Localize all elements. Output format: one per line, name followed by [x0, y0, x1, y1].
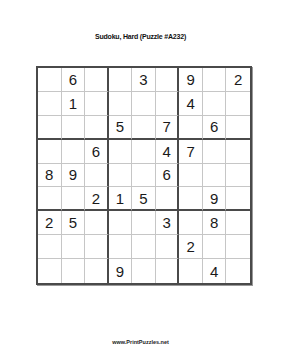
sudoku-cell-r9c2[interactable] [62, 259, 86, 283]
sudoku-cell-r7c5[interactable] [132, 211, 156, 235]
sudoku-given-r9c8: 4 [203, 259, 227, 283]
sudoku-cell-r9c6[interactable] [156, 259, 180, 283]
sudoku-given-r5c1: 8 [38, 164, 62, 188]
sudoku-cell-r2c4[interactable] [109, 92, 133, 116]
sudoku-cell-r7c4[interactable] [109, 211, 133, 235]
sudoku-cell-r5c3[interactable] [85, 164, 109, 188]
sudoku-cell-r2c8[interactable] [203, 92, 227, 116]
sudoku-given-r7c6: 3 [156, 211, 180, 235]
sudoku-cell-r2c9[interactable] [226, 92, 250, 116]
sudoku-cell-r9c7[interactable] [179, 259, 203, 283]
sudoku-cell-r8c9[interactable] [226, 235, 250, 259]
sudoku-cell-r2c5[interactable] [132, 92, 156, 116]
sudoku-given-r7c2: 5 [62, 211, 86, 235]
sudoku-cell-r1c4[interactable] [109, 68, 133, 92]
sudoku-cell-r8c1[interactable] [38, 235, 62, 259]
sudoku-cell-r4c9[interactable] [226, 140, 250, 164]
site-credit: www.PrintPuzzles.net [0, 339, 281, 345]
sudoku-cell-r6c7[interactable] [179, 187, 203, 211]
sudoku-given-r6c3: 2 [85, 187, 109, 211]
sudoku-cell-r5c9[interactable] [226, 164, 250, 188]
sudoku-given-r3c6: 7 [156, 116, 180, 140]
sudoku-cell-r8c2[interactable] [62, 235, 86, 259]
sudoku-cell-r5c8[interactable] [203, 164, 227, 188]
sudoku-given-r7c8: 8 [203, 211, 227, 235]
sudoku-given-r1c9: 2 [226, 68, 250, 92]
sudoku-cell-r9c3[interactable] [85, 259, 109, 283]
sudoku-given-r9c4: 9 [109, 259, 133, 283]
sudoku-given-r5c2: 9 [62, 164, 86, 188]
sudoku-cell-r4c8[interactable] [203, 140, 227, 164]
sudoku-cell-r9c5[interactable] [132, 259, 156, 283]
sudoku-cell-r6c2[interactable] [62, 187, 86, 211]
sudoku-cell-r2c1[interactable] [38, 92, 62, 116]
sudoku-cell-r9c9[interactable] [226, 259, 250, 283]
sudoku-given-r1c5: 3 [132, 68, 156, 92]
puzzle-title: Sudoku, Hard (Puzzle #A232) [0, 33, 281, 40]
sudoku-cell-r8c4[interactable] [109, 235, 133, 259]
sudoku-given-r1c2: 6 [62, 68, 86, 92]
sudoku-given-r3c8: 6 [203, 116, 227, 140]
sudoku-cell-r5c5[interactable] [132, 164, 156, 188]
sudoku-given-r4c3: 6 [85, 140, 109, 164]
sudoku-given-r6c8: 9 [203, 187, 227, 211]
sudoku-cell-r4c1[interactable] [38, 140, 62, 164]
sudoku-given-r6c4: 1 [109, 187, 133, 211]
sudoku-cell-r8c3[interactable] [85, 235, 109, 259]
sudoku-given-r5c6: 6 [156, 164, 180, 188]
sudoku-cell-r1c6[interactable] [156, 68, 180, 92]
sudoku-cell-r3c5[interactable] [132, 116, 156, 140]
sudoku-cell-r2c6[interactable] [156, 92, 180, 116]
sudoku-cell-r9c1[interactable] [38, 259, 62, 283]
sudoku-cell-r8c8[interactable] [203, 235, 227, 259]
sudoku-cell-r7c3[interactable] [85, 211, 109, 235]
sudoku-cell-r6c1[interactable] [38, 187, 62, 211]
sudoku-given-r2c2: 1 [62, 92, 86, 116]
sudoku-cell-r1c3[interactable] [85, 68, 109, 92]
sudoku-cell-r5c7[interactable] [179, 164, 203, 188]
sudoku-cell-r3c3[interactable] [85, 116, 109, 140]
sudoku-cell-r1c1[interactable] [38, 68, 62, 92]
sudoku-cell-r8c5[interactable] [132, 235, 156, 259]
sudoku-given-r2c7: 4 [179, 92, 203, 116]
sudoku-cell-r3c2[interactable] [62, 116, 86, 140]
sudoku-cell-r6c9[interactable] [226, 187, 250, 211]
sudoku-cell-r3c7[interactable] [179, 116, 203, 140]
sudoku-cell-r2c3[interactable] [85, 92, 109, 116]
sudoku-given-r4c6: 4 [156, 140, 180, 164]
sudoku-cell-r5c4[interactable] [109, 164, 133, 188]
sudoku-cell-r3c1[interactable] [38, 116, 62, 140]
sudoku-cell-r4c5[interactable] [132, 140, 156, 164]
sudoku-given-r3c4: 5 [109, 116, 133, 140]
sudoku-given-r4c7: 7 [179, 140, 203, 164]
sudoku-cell-r4c4[interactable] [109, 140, 133, 164]
sudoku-cell-r1c8[interactable] [203, 68, 227, 92]
sudoku-given-r6c5: 5 [132, 187, 156, 211]
sudoku-given-r1c7: 9 [179, 68, 203, 92]
sudoku-board: 63921457664789621592538294 [36, 66, 252, 285]
sudoku-cell-r3c9[interactable] [226, 116, 250, 140]
sudoku-given-r7c1: 2 [38, 211, 62, 235]
sudoku-cell-r6c6[interactable] [156, 187, 180, 211]
sudoku-given-r8c7: 2 [179, 235, 203, 259]
sudoku-cell-r8c6[interactable] [156, 235, 180, 259]
sudoku-cell-r7c9[interactable] [226, 211, 250, 235]
sudoku-cell-r7c7[interactable] [179, 211, 203, 235]
sudoku-cell-r4c2[interactable] [62, 140, 86, 164]
